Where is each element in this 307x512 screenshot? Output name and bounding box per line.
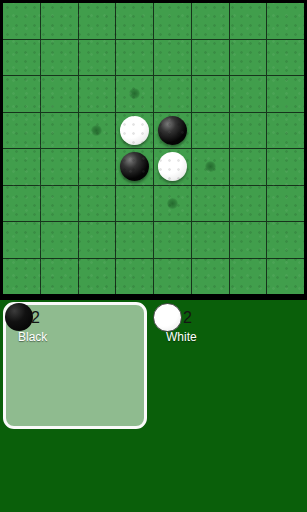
cell-b3[interactable] bbox=[41, 76, 78, 112]
cell-d4[interactable] bbox=[116, 113, 153, 149]
cell-f8[interactable] bbox=[192, 259, 229, 295]
cell-d2[interactable] bbox=[116, 40, 153, 76]
cell-g3[interactable] bbox=[230, 76, 267, 112]
cell-e2[interactable] bbox=[154, 40, 191, 76]
cell-g7[interactable] bbox=[230, 222, 267, 258]
cell-c2[interactable] bbox=[79, 40, 116, 76]
cell-e3[interactable] bbox=[154, 76, 191, 112]
cell-c7[interactable] bbox=[79, 222, 116, 258]
white-score-value: 2 bbox=[183, 309, 192, 327]
scoreboard: 2 Black 2 White bbox=[0, 300, 307, 512]
legal-move-hint-dot bbox=[205, 161, 216, 172]
cell-e6[interactable] bbox=[154, 186, 191, 222]
cell-e7[interactable] bbox=[154, 222, 191, 258]
cell-b5[interactable] bbox=[41, 149, 78, 185]
cell-c3[interactable] bbox=[79, 76, 116, 112]
cell-h1[interactable] bbox=[267, 3, 304, 39]
cell-h3[interactable] bbox=[267, 76, 304, 112]
othello-board bbox=[3, 3, 304, 294]
cell-a8[interactable] bbox=[3, 259, 40, 295]
cell-a5[interactable] bbox=[3, 149, 40, 185]
cell-g4[interactable] bbox=[230, 113, 267, 149]
cell-d1[interactable] bbox=[116, 3, 153, 39]
cell-g2[interactable] bbox=[230, 40, 267, 76]
cell-b8[interactable] bbox=[41, 259, 78, 295]
cell-g5[interactable] bbox=[230, 149, 267, 185]
cell-a3[interactable] bbox=[3, 76, 40, 112]
cell-a2[interactable] bbox=[3, 40, 40, 76]
cell-c8[interactable] bbox=[79, 259, 116, 295]
black-disc bbox=[158, 116, 187, 145]
cell-h7[interactable] bbox=[267, 222, 304, 258]
cell-f2[interactable] bbox=[192, 40, 229, 76]
cell-b4[interactable] bbox=[41, 113, 78, 149]
cell-e8[interactable] bbox=[154, 259, 191, 295]
cell-c5[interactable] bbox=[79, 149, 116, 185]
cell-a7[interactable] bbox=[3, 222, 40, 258]
black-disc bbox=[120, 152, 149, 181]
cell-h8[interactable] bbox=[267, 259, 304, 295]
cell-d6[interactable] bbox=[116, 186, 153, 222]
cell-d7[interactable] bbox=[116, 222, 153, 258]
black-disc-icon bbox=[5, 303, 33, 331]
cell-a1[interactable] bbox=[3, 3, 40, 39]
white-disc bbox=[120, 116, 149, 145]
board-frame bbox=[0, 0, 307, 300]
cell-b1[interactable] bbox=[41, 3, 78, 39]
cell-h6[interactable] bbox=[267, 186, 304, 222]
cell-f7[interactable] bbox=[192, 222, 229, 258]
cell-g6[interactable] bbox=[230, 186, 267, 222]
cell-f5[interactable] bbox=[192, 149, 229, 185]
cell-b7[interactable] bbox=[41, 222, 78, 258]
cell-a4[interactable] bbox=[3, 113, 40, 149]
white-disc-icon bbox=[153, 303, 182, 332]
white-player-label: White bbox=[166, 331, 197, 344]
cell-e4[interactable] bbox=[154, 113, 191, 149]
cell-d8[interactable] bbox=[116, 259, 153, 295]
cell-d5[interactable] bbox=[116, 149, 153, 185]
legal-move-hint-dot bbox=[167, 198, 178, 209]
cell-c4[interactable] bbox=[79, 113, 116, 149]
cell-h2[interactable] bbox=[267, 40, 304, 76]
cell-g1[interactable] bbox=[230, 3, 267, 39]
white-disc bbox=[158, 152, 187, 181]
cell-f3[interactable] bbox=[192, 76, 229, 112]
cell-g8[interactable] bbox=[230, 259, 267, 295]
legal-move-hint-dot bbox=[129, 88, 140, 99]
cell-e1[interactable] bbox=[154, 3, 191, 39]
black-score-value: 2 bbox=[31, 309, 40, 327]
cell-h4[interactable] bbox=[267, 113, 304, 149]
legal-move-hint-dot bbox=[91, 125, 102, 136]
cell-b2[interactable] bbox=[41, 40, 78, 76]
cell-c6[interactable] bbox=[79, 186, 116, 222]
cell-e5[interactable] bbox=[154, 149, 191, 185]
cell-h5[interactable] bbox=[267, 149, 304, 185]
cell-b6[interactable] bbox=[41, 186, 78, 222]
cell-f4[interactable] bbox=[192, 113, 229, 149]
cell-f6[interactable] bbox=[192, 186, 229, 222]
cell-a6[interactable] bbox=[3, 186, 40, 222]
cell-d3[interactable] bbox=[116, 76, 153, 112]
black-player-label: Black bbox=[18, 331, 47, 344]
cell-f1[interactable] bbox=[192, 3, 229, 39]
cell-c1[interactable] bbox=[79, 3, 116, 39]
